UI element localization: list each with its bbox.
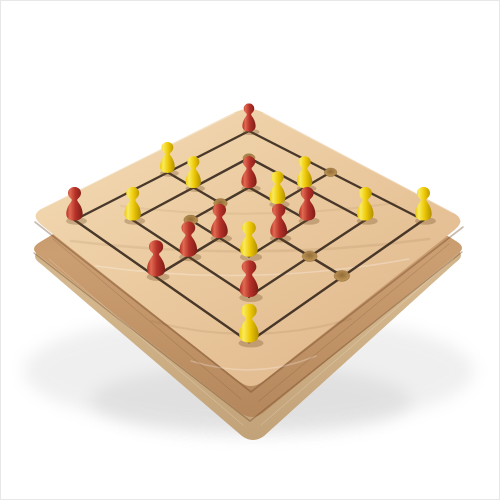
product-photo-frame <box>0 0 500 500</box>
hole-d7[interactable] <box>324 168 337 177</box>
hole-g4[interactable] <box>334 270 350 281</box>
hole-f4[interactable] <box>302 251 317 262</box>
morris-board-photo <box>1 1 500 500</box>
